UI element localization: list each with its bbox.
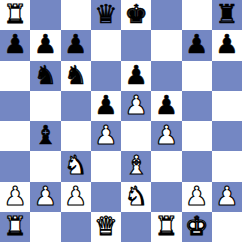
white-bishop[interactable]: ♝: [124, 151, 147, 180]
square-f3[interactable]: [151, 151, 181, 181]
square-e8[interactable]: ♚: [121, 0, 151, 30]
square-h6[interactable]: [212, 61, 242, 91]
black-queen[interactable]: ♛: [94, 0, 117, 29]
black-rook[interactable]: ♜: [215, 0, 238, 29]
square-g7[interactable]: ♟: [182, 30, 212, 60]
square-c1[interactable]: [61, 212, 91, 242]
white-pawn[interactable]: ♟: [64, 182, 87, 211]
square-e6[interactable]: ♟: [121, 61, 151, 91]
chess-board-container: ♜♛♚♜♟♟♟♟♟♞♞♟♟♟♟♝♟♟♞♝♟♟♟♞♟♟♜♛♜♚: [0, 0, 242, 242]
white-pawn[interactable]: ♟: [155, 121, 178, 150]
square-h3[interactable]: [212, 151, 242, 181]
square-b5[interactable]: [30, 91, 60, 121]
square-d8[interactable]: ♛: [91, 0, 121, 30]
black-knight[interactable]: ♞: [64, 61, 87, 90]
square-e5[interactable]: ♟: [121, 91, 151, 121]
white-king[interactable]: ♚: [185, 212, 208, 241]
square-b4[interactable]: ♝: [30, 121, 60, 151]
square-a7[interactable]: ♟: [0, 30, 30, 60]
square-a4[interactable]: [0, 121, 30, 151]
square-b8[interactable]: [30, 0, 60, 30]
square-g3[interactable]: [182, 151, 212, 181]
white-rook[interactable]: ♜: [3, 212, 26, 241]
white-pawn[interactable]: ♟: [3, 182, 26, 211]
black-pawn[interactable]: ♟: [64, 30, 87, 59]
black-pawn[interactable]: ♟: [3, 30, 26, 59]
square-b6[interactable]: ♞: [30, 61, 60, 91]
white-pawn[interactable]: ♟: [185, 182, 208, 211]
square-d5[interactable]: ♟: [91, 91, 121, 121]
square-h1[interactable]: [212, 212, 242, 242]
square-g1[interactable]: ♚: [182, 212, 212, 242]
square-e7[interactable]: [121, 30, 151, 60]
square-e1[interactable]: [121, 212, 151, 242]
white-knight[interactable]: ♞: [124, 182, 147, 211]
black-knight[interactable]: ♞: [34, 61, 57, 90]
square-f8[interactable]: [151, 0, 181, 30]
white-rook[interactable]: ♜: [3, 0, 26, 29]
square-g8[interactable]: [182, 0, 212, 30]
square-b3[interactable]: [30, 151, 60, 181]
black-pawn[interactable]: ♟: [185, 30, 208, 59]
square-c3[interactable]: ♞: [61, 151, 91, 181]
square-a8[interactable]: ♜: [0, 0, 30, 30]
square-g4[interactable]: [182, 121, 212, 151]
square-d1[interactable]: ♛: [91, 212, 121, 242]
black-pawn[interactable]: ♟: [124, 61, 147, 90]
square-c6[interactable]: ♞: [61, 61, 91, 91]
white-knight[interactable]: ♞: [64, 151, 87, 180]
square-f4[interactable]: ♟: [151, 121, 181, 151]
square-c7[interactable]: ♟: [61, 30, 91, 60]
white-rook[interactable]: ♜: [155, 212, 178, 241]
square-a6[interactable]: [0, 61, 30, 91]
black-bishop[interactable]: ♝: [34, 121, 57, 150]
black-pawn[interactable]: ♟: [215, 30, 238, 59]
square-h8[interactable]: ♜: [212, 0, 242, 30]
square-e3[interactable]: ♝: [121, 151, 151, 181]
white-pawn[interactable]: ♟: [124, 91, 147, 120]
white-pawn[interactable]: ♟: [215, 182, 238, 211]
square-f6[interactable]: [151, 61, 181, 91]
square-c2[interactable]: ♟: [61, 182, 91, 212]
square-g5[interactable]: [182, 91, 212, 121]
square-a3[interactable]: [0, 151, 30, 181]
chess-board: ♜♛♚♜♟♟♟♟♟♞♞♟♟♟♟♝♟♟♞♝♟♟♟♞♟♟♜♛♜♚: [0, 0, 242, 242]
black-pawn[interactable]: ♟: [94, 91, 117, 120]
square-a5[interactable]: [0, 91, 30, 121]
square-e2[interactable]: ♞: [121, 182, 151, 212]
square-b1[interactable]: [30, 212, 60, 242]
black-pawn[interactable]: ♟: [34, 30, 57, 59]
black-king[interactable]: ♚: [124, 0, 147, 29]
white-queen[interactable]: ♛: [94, 212, 117, 241]
square-e4[interactable]: [121, 121, 151, 151]
square-d4[interactable]: ♟: [91, 121, 121, 151]
square-f7[interactable]: [151, 30, 181, 60]
square-a1[interactable]: ♜: [0, 212, 30, 242]
square-c4[interactable]: [61, 121, 91, 151]
square-f1[interactable]: ♜: [151, 212, 181, 242]
square-b2[interactable]: ♟: [30, 182, 60, 212]
square-h4[interactable]: [212, 121, 242, 151]
square-c5[interactable]: [61, 91, 91, 121]
black-pawn[interactable]: ♟: [155, 91, 178, 120]
square-h7[interactable]: ♟: [212, 30, 242, 60]
square-g6[interactable]: [182, 61, 212, 91]
square-d7[interactable]: [91, 30, 121, 60]
square-a2[interactable]: ♟: [0, 182, 30, 212]
square-c8[interactable]: [61, 0, 91, 30]
square-d6[interactable]: [91, 61, 121, 91]
square-d3[interactable]: [91, 151, 121, 181]
square-b7[interactable]: ♟: [30, 30, 60, 60]
square-h5[interactable]: [212, 91, 242, 121]
white-pawn[interactable]: ♟: [94, 121, 117, 150]
square-h2[interactable]: ♟: [212, 182, 242, 212]
square-f5[interactable]: ♟: [151, 91, 181, 121]
square-f2[interactable]: [151, 182, 181, 212]
square-d2[interactable]: [91, 182, 121, 212]
square-g2[interactable]: ♟: [182, 182, 212, 212]
white-pawn[interactable]: ♟: [34, 182, 57, 211]
